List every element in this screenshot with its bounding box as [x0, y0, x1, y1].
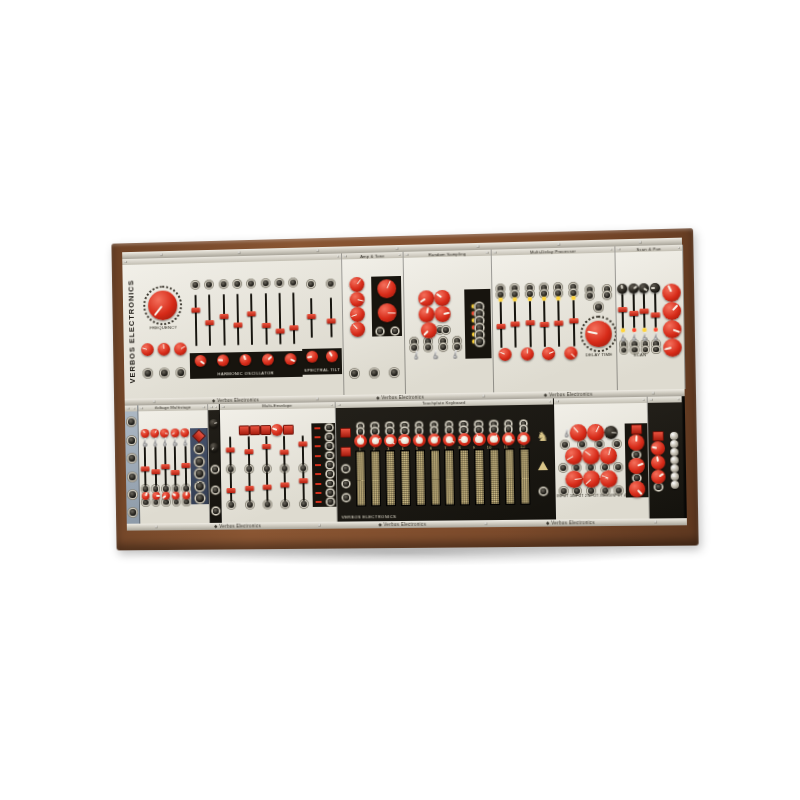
patch-jack[interactable] — [178, 369, 185, 376]
patch-jack[interactable] — [195, 457, 203, 465]
slider-cap[interactable] — [181, 463, 190, 468]
slider[interactable] — [297, 471, 310, 501]
slider[interactable] — [224, 436, 237, 466]
patch-jack[interactable] — [129, 509, 136, 516]
slider-cap[interactable] — [151, 469, 160, 474]
knob[interactable] — [369, 434, 382, 447]
patch-jack[interactable] — [540, 488, 546, 494]
slider-cap[interactable] — [307, 314, 316, 319]
patch-jack[interactable] — [308, 281, 314, 287]
knob[interactable] — [162, 492, 170, 500]
control-row: SCAN — [617, 283, 683, 358]
slider[interactable] — [324, 297, 339, 337]
knob[interactable] — [285, 353, 297, 365]
jack-row — [211, 508, 220, 514]
control-row: DELAY TIME — [493, 283, 615, 361]
patch-jack[interactable] — [377, 328, 383, 334]
slider[interactable] — [261, 472, 274, 502]
patch-jack[interactable] — [246, 502, 252, 508]
patch-jack[interactable] — [392, 328, 398, 334]
slider[interactable] — [628, 294, 639, 329]
knob[interactable] — [639, 284, 649, 294]
control-column — [344, 277, 371, 337]
patch-jack[interactable] — [129, 491, 136, 498]
toggle-switch[interactable] — [652, 332, 658, 341]
knob-dot-ring — [143, 285, 182, 325]
jack-row — [338, 466, 354, 472]
knob[interactable] — [599, 447, 617, 464]
slider-cap[interactable] — [205, 321, 214, 326]
patch-jack[interactable] — [476, 338, 483, 345]
module-controls: DELAY TIME — [492, 253, 617, 393]
control-column — [126, 413, 138, 522]
slider-cap[interactable] — [280, 450, 289, 455]
metal-jack[interactable] — [670, 472, 678, 480]
patch-jack[interactable] — [192, 282, 198, 288]
jack-row — [222, 501, 312, 508]
rail-screw — [482, 394, 485, 397]
knob[interactable] — [628, 435, 645, 451]
red-label-mark — [315, 445, 321, 447]
labelled-jack — [312, 443, 336, 449]
knob[interactable] — [421, 323, 437, 339]
slider[interactable] — [494, 302, 508, 349]
slider[interactable] — [170, 447, 180, 487]
toggle-switch[interactable] — [172, 438, 178, 447]
knob-indicator — [192, 353, 208, 370]
header-screw — [338, 404, 341, 407]
patch-jack[interactable] — [653, 347, 659, 353]
patch-jack[interactable] — [586, 292, 592, 298]
black-panel-strip: SPECTRAL TILT — [302, 348, 342, 375]
metal-jack[interactable] — [670, 440, 678, 448]
patch-jack[interactable] — [212, 466, 218, 472]
knob[interactable] — [182, 491, 190, 499]
patch-jack[interactable] — [195, 445, 203, 453]
rail-brand-label: ◆ Verbos Electronics — [376, 394, 424, 400]
patch-jack[interactable] — [283, 501, 289, 507]
control-row: 123456789101112♞ — [337, 421, 554, 506]
rail-screw — [639, 241, 642, 244]
control-column: VERBOS ELECTRONICS — [124, 280, 139, 384]
patch-jack[interactable] — [327, 462, 333, 468]
patch-jack[interactable] — [212, 487, 218, 493]
patch-jack[interactable] — [594, 303, 601, 310]
slider[interactable] — [189, 295, 202, 347]
patch-jack[interactable] — [234, 281, 240, 287]
module-area: VERBOS ELECTRONICSFREQUENCYHARMONIC OSCI… — [122, 238, 687, 531]
metal-jack[interactable] — [670, 456, 678, 464]
patch-jack[interactable] — [327, 280, 333, 286]
slider-cap[interactable] — [233, 322, 242, 327]
toggle-switch[interactable] — [152, 438, 158, 447]
red-label-mark — [315, 455, 321, 457]
knob[interactable] — [650, 283, 660, 293]
knob[interactable] — [262, 354, 274, 366]
jack-row — [476, 338, 483, 345]
header-screw — [406, 254, 409, 257]
patch-jack[interactable] — [343, 480, 349, 486]
input-label: INPUT 4 — [611, 494, 626, 498]
patch-jack[interactable] — [161, 369, 168, 376]
slider-cap[interactable] — [171, 470, 180, 475]
control-row — [421, 322, 449, 339]
knob-row — [139, 343, 190, 357]
touchplate-strip[interactable] — [505, 449, 514, 503]
knob[interactable] — [148, 290, 178, 320]
slider-cap[interactable] — [618, 307, 627, 312]
knob-indicator — [260, 351, 277, 368]
patch-jack[interactable] — [220, 281, 226, 287]
patch-jack[interactable] — [327, 453, 333, 459]
slider[interactable] — [279, 471, 292, 501]
slider-cap[interactable] — [540, 322, 549, 327]
knob[interactable] — [585, 320, 612, 347]
red-label-mark — [315, 464, 321, 466]
module-controls — [404, 256, 494, 394]
knob[interactable] — [582, 448, 600, 465]
control-row — [472, 303, 484, 345]
touchplate-strip[interactable] — [475, 450, 484, 504]
slider-cap[interactable] — [161, 465, 170, 470]
patch-jack[interactable] — [144, 370, 151, 377]
patch-jack[interactable] — [128, 419, 135, 426]
slider[interactable] — [278, 436, 291, 466]
knob[interactable] — [662, 301, 681, 320]
touchplate-strip[interactable] — [460, 450, 469, 504]
patch-jack[interactable] — [328, 499, 334, 505]
header-screw — [677, 398, 680, 401]
knob[interactable] — [499, 348, 512, 361]
knob[interactable] — [306, 351, 318, 363]
module-random-sampling: Random Sampling — [404, 250, 495, 394]
knob[interactable] — [195, 355, 207, 367]
toggle-switch[interactable] — [142, 438, 148, 447]
toggle-switch[interactable] — [182, 438, 188, 447]
slider-cap[interactable] — [511, 322, 520, 327]
knob[interactable] — [564, 347, 577, 360]
slider[interactable] — [246, 293, 259, 345]
knob[interactable] — [383, 434, 396, 447]
knob-indicator — [208, 418, 219, 429]
toggle-switch[interactable] — [631, 332, 637, 341]
patch-jack[interactable] — [264, 501, 270, 507]
patch-jack[interactable] — [327, 425, 333, 431]
input-label: MOD — [602, 494, 611, 498]
slider[interactable] — [274, 293, 287, 345]
knob[interactable] — [141, 343, 154, 356]
slider-cap[interactable] — [226, 447, 235, 452]
slider-row — [221, 435, 312, 466]
patch-jack[interactable] — [206, 281, 212, 287]
patch-jack[interactable] — [128, 437, 135, 444]
knob[interactable] — [651, 441, 666, 455]
black-panel-strip: HARMONIC OSCILLATOR — [189, 351, 302, 379]
pushbutton-pad[interactable] — [249, 425, 260, 435]
slider[interactable] — [288, 292, 301, 344]
slider-cap[interactable] — [526, 320, 535, 325]
slider-cap[interactable] — [245, 486, 254, 491]
slider[interactable] — [538, 301, 552, 348]
slider-cap[interactable] — [629, 311, 638, 316]
patch-jack[interactable] — [327, 471, 333, 477]
knob-indicator — [305, 350, 318, 364]
slider[interactable] — [618, 294, 629, 329]
knob[interactable] — [586, 424, 604, 441]
header-screw — [140, 407, 142, 410]
pushbutton-pad[interactable] — [630, 424, 641, 434]
slider-cap[interactable] — [276, 329, 285, 334]
patch-jack[interactable] — [351, 369, 358, 376]
slider-cap[interactable] — [497, 324, 506, 329]
metal-jack[interactable] — [670, 464, 678, 472]
pushbutton-pad[interactable] — [239, 425, 250, 435]
slider[interactable] — [140, 447, 150, 487]
patch-jack[interactable] — [603, 292, 609, 298]
knob[interactable] — [629, 481, 646, 497]
knob-indicator — [650, 283, 660, 293]
knob[interactable] — [210, 443, 219, 452]
knob[interactable] — [428, 433, 441, 446]
slider[interactable] — [260, 436, 273, 466]
pushbutton-pad[interactable] — [340, 428, 351, 438]
knob[interactable] — [604, 426, 618, 439]
knob[interactable] — [628, 458, 645, 474]
header-screw — [210, 406, 212, 409]
slider-cap[interactable] — [569, 318, 578, 323]
red-label-mark — [314, 427, 320, 429]
labelled-jack — [311, 425, 335, 431]
slider-cap[interactable] — [191, 308, 200, 313]
patch-jack[interactable] — [228, 502, 234, 508]
knob[interactable] — [443, 433, 456, 446]
toggle-switch[interactable] — [620, 333, 626, 342]
slider-cap[interactable] — [281, 482, 290, 487]
header-screw — [330, 404, 333, 407]
pushbutton-pad[interactable] — [283, 425, 294, 435]
touchplate-strip[interactable] — [416, 451, 425, 505]
knob[interactable] — [217, 355, 229, 367]
knob[interactable] — [651, 470, 666, 484]
control-row — [405, 289, 491, 360]
patch-jack[interactable] — [328, 490, 334, 496]
slider-cap[interactable] — [227, 488, 236, 493]
slider[interactable] — [639, 294, 650, 329]
knob[interactable] — [582, 471, 600, 488]
touchplate-strip[interactable] — [386, 451, 395, 505]
knob[interactable] — [209, 419, 218, 428]
touchplate-strip[interactable] — [371, 451, 380, 505]
metal-jack[interactable] — [670, 481, 678, 489]
slider[interactable] — [509, 302, 523, 349]
toggle-switch[interactable] — [452, 350, 458, 359]
slider[interactable] — [552, 301, 566, 348]
metal-jack[interactable] — [670, 432, 678, 440]
knob[interactable] — [517, 432, 530, 445]
jack-row — [191, 494, 208, 502]
knob[interactable] — [157, 343, 170, 356]
knob-row — [494, 347, 581, 362]
slider-cap[interactable] — [290, 325, 299, 330]
knob[interactable] — [142, 492, 150, 500]
touchplate-strip[interactable] — [431, 450, 440, 504]
knob[interactable] — [174, 343, 187, 356]
patch-jack[interactable] — [443, 327, 449, 333]
patch-jack[interactable] — [129, 473, 136, 480]
slider[interactable] — [217, 294, 230, 346]
touchplate-row — [353, 449, 532, 505]
patch-jack[interactable] — [327, 434, 333, 440]
control-column — [625, 424, 649, 498]
knob[interactable] — [502, 432, 515, 445]
slider-cap[interactable] — [327, 318, 336, 323]
patch-jack[interactable] — [248, 280, 254, 286]
control-column — [140, 429, 192, 506]
knob[interactable] — [457, 433, 470, 446]
slider[interactable] — [523, 301, 537, 348]
rail-screw — [316, 249, 319, 252]
slider[interactable] — [243, 472, 256, 502]
knob-indicator — [208, 441, 220, 454]
product-photo-scene: VERBOS ELECTRONICSFREQUENCYHARMONIC OSCI… — [0, 0, 800, 800]
slider-cap[interactable] — [555, 320, 564, 325]
knob-indicator — [398, 433, 412, 447]
knob[interactable] — [377, 279, 396, 298]
control-row: VERBOS ELECTRONICSFREQUENCYHARMONIC OSCI… — [124, 275, 343, 384]
control-column: INPUT 1INPUT 2INPUT 3MODINPUT 4 — [555, 424, 626, 499]
patch-jack[interactable] — [195, 470, 203, 478]
slider-cap[interactable] — [299, 478, 308, 483]
rail-brand-label: ◆ Verbos Electronics — [212, 397, 259, 403]
labelled-jack — [312, 481, 336, 487]
knob-indicator — [172, 341, 189, 359]
knob[interactable] — [350, 322, 365, 337]
knob[interactable] — [413, 434, 426, 447]
header-screw — [127, 407, 129, 410]
knob-indicator — [152, 492, 160, 500]
input-label: INPUT 3 — [587, 494, 602, 498]
slider-cap[interactable] — [262, 323, 271, 328]
knob[interactable] — [271, 424, 283, 436]
knob[interactable] — [520, 348, 533, 361]
touchplate-strip[interactable] — [520, 449, 529, 503]
patch-jack[interactable] — [327, 443, 333, 449]
patch-jack[interactable] — [212, 508, 218, 514]
knob[interactable] — [354, 434, 367, 447]
slider[interactable] — [296, 435, 309, 465]
header-screw — [486, 251, 489, 254]
touchplate-strip[interactable] — [401, 451, 410, 505]
knob[interactable] — [350, 292, 365, 307]
toggle-switch[interactable] — [432, 351, 438, 360]
knob[interactable] — [172, 492, 180, 500]
patch-jack[interactable] — [262, 280, 268, 286]
touchplate-strip[interactable] — [445, 450, 454, 504]
patch-jack[interactable] — [276, 280, 282, 286]
slider[interactable] — [150, 447, 160, 487]
patch-jack[interactable] — [301, 501, 307, 507]
slider[interactable] — [180, 446, 190, 486]
big-knob-group: FREQUENCY — [143, 285, 183, 330]
slider-cap[interactable] — [298, 441, 307, 446]
toggle-row — [407, 350, 465, 360]
module-controls — [138, 410, 209, 524]
slider-cap[interactable] — [244, 449, 253, 454]
jack-row — [188, 279, 301, 288]
patch-jack[interactable] — [328, 481, 334, 487]
jack-row — [190, 445, 207, 453]
header-screw — [556, 400, 559, 403]
patch-jack[interactable] — [390, 369, 397, 376]
metal-jack[interactable] — [670, 448, 678, 456]
knob[interactable] — [240, 354, 252, 366]
patch-jack[interactable] — [343, 466, 349, 472]
knob-indicator — [324, 348, 340, 364]
toggle-switch[interactable] — [642, 332, 648, 341]
slider[interactable] — [232, 294, 245, 346]
pushbutton-pad[interactable] — [340, 447, 351, 457]
knob[interactable] — [326, 351, 338, 363]
control-row — [239, 424, 294, 437]
patch-jack[interactable] — [291, 279, 297, 285]
knob-indicator — [625, 478, 648, 501]
control-column — [464, 289, 491, 359]
slider-cap[interactable] — [262, 444, 271, 449]
labelled-jack — [312, 490, 336, 496]
toggle-switch[interactable] — [162, 438, 168, 447]
patch-jack[interactable] — [371, 369, 378, 376]
knob-dot-ring — [580, 315, 617, 352]
knob[interactable] — [663, 339, 682, 358]
top-row: VERBOS ELECTRONICSFREQUENCYHARMONIC OSCI… — [122, 245, 684, 399]
slider[interactable] — [203, 294, 216, 346]
patch-jack[interactable] — [196, 494, 204, 502]
patch-jack[interactable] — [195, 482, 203, 490]
slider[interactable] — [160, 447, 170, 487]
slider[interactable] — [260, 293, 273, 345]
touchplate-strip[interactable] — [357, 451, 366, 505]
knob[interactable] — [542, 347, 555, 360]
slider-cap[interactable] — [141, 467, 150, 472]
knob[interactable] — [569, 425, 587, 442]
slider[interactable] — [304, 298, 318, 338]
slider-cap[interactable] — [219, 314, 228, 319]
slider[interactable] — [567, 300, 581, 347]
slider[interactable] — [225, 472, 238, 502]
knob[interactable] — [487, 432, 500, 445]
jack-grid — [580, 286, 615, 299]
touchplate-strip[interactable] — [490, 450, 499, 504]
patch-jack[interactable] — [128, 455, 135, 462]
patch-jack[interactable] — [183, 499, 188, 504]
knob[interactable] — [377, 303, 396, 322]
toggle-switch[interactable] — [413, 351, 419, 360]
slider-cap[interactable] — [640, 309, 649, 314]
knob[interactable] — [617, 284, 627, 294]
knob[interactable] — [152, 492, 160, 500]
knob[interactable] — [435, 306, 451, 322]
knob[interactable] — [599, 471, 617, 488]
knob[interactable] — [398, 434, 411, 447]
slider-cap[interactable] — [651, 312, 660, 317]
patch-jack[interactable] — [153, 500, 158, 505]
slider[interactable] — [242, 436, 255, 466]
slider-cap[interactable] — [263, 484, 272, 489]
jack-row — [301, 280, 341, 287]
slider-cap[interactable] — [247, 311, 256, 316]
patch-jack[interactable] — [343, 495, 349, 501]
patch-jack[interactable] — [621, 347, 627, 353]
